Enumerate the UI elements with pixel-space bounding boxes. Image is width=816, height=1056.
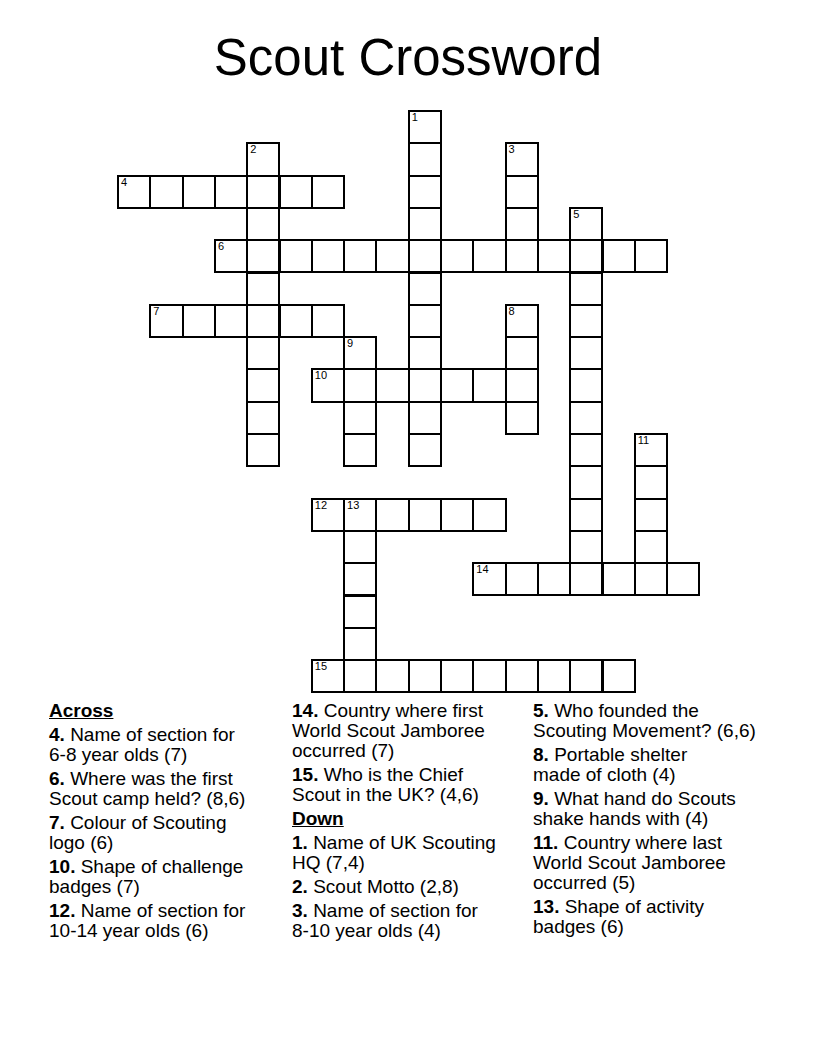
clue-line: 6-8 year olds (7) — [49, 745, 292, 765]
grid-cell-r6c3[interactable] — [214, 304, 248, 338]
clue-line: badges (6) — [533, 917, 771, 937]
grid-cell-r0c9[interactable]: 1 — [408, 110, 442, 144]
clue-list-number: 5. — [533, 700, 549, 721]
grid-cell-r17c8[interactable] — [375, 659, 409, 693]
clue-number-4: 4 — [121, 176, 127, 189]
grid-cell-r4c14[interactable] — [569, 239, 603, 273]
clue-number-11: 11 — [638, 434, 649, 447]
page: { "game": "crossword", "title": "Scout C… — [0, 0, 816, 1056]
clue-line: 3. Name of section for — [292, 901, 533, 921]
clue-down-5: 5. Who founded theScouting Movement? (6,… — [533, 701, 771, 741]
clue-line: 5. Who founded the — [533, 701, 771, 721]
grid-cell-r16c7[interactable] — [343, 627, 377, 661]
grid-cell-r5c4[interactable] — [246, 272, 280, 306]
grid-cell-r5c14[interactable] — [569, 272, 603, 306]
clue-line: logo (6) — [49, 833, 292, 853]
clue-list-number: 10. — [49, 856, 75, 877]
clue-line: 7. Colour of Scouting — [49, 813, 292, 833]
clue-list-number: 14. — [292, 700, 318, 721]
grid-cell-r1c12[interactable]: 3 — [505, 142, 539, 176]
clue-number-7: 7 — [153, 305, 159, 318]
grid-cell-r15c7[interactable] — [343, 595, 377, 629]
grid-cell-r6c5[interactable] — [279, 304, 313, 338]
clue-number-10: 10 — [315, 369, 327, 382]
clue-number-6: 6 — [218, 240, 224, 253]
clue-number-15: 15 — [315, 660, 327, 673]
clue-down-8: 8. Portable sheltermade of cloth (4) — [533, 745, 771, 785]
clue-line: 14. Country where first — [292, 701, 533, 721]
grid-cell-r3c9[interactable] — [408, 207, 442, 241]
grid-cell-r13c14[interactable] — [569, 530, 603, 564]
grid-cell-r7c4[interactable] — [246, 336, 280, 370]
clue-list-number: 4. — [49, 724, 65, 745]
grid-cell-r17c10[interactable] — [440, 659, 474, 693]
grid-cell-r17c11[interactable] — [472, 659, 506, 693]
clue-number-9: 9 — [347, 337, 353, 350]
clue-list-number: 11. — [533, 832, 558, 853]
grid-cell-r2c12[interactable] — [505, 175, 539, 209]
grid-cell-r2c6[interactable] — [311, 175, 345, 209]
clue-line: 11. Country where last — [533, 833, 771, 853]
clue-list-number: 13. — [533, 896, 559, 917]
grid-cell-r10c7[interactable] — [343, 433, 377, 467]
clue-number-1: 1 — [412, 111, 418, 124]
grid-cell-r4c11[interactable] — [472, 239, 506, 273]
clue-line: occurred (5) — [533, 873, 771, 893]
grid-cell-r14c7[interactable] — [343, 562, 377, 596]
grid-cell-r10c16[interactable]: 11 — [634, 433, 668, 467]
grid-cell-r2c9[interactable] — [408, 175, 442, 209]
grid-cell-r12c11[interactable] — [472, 498, 506, 532]
clue-line: Scouting Movement? (6,6) — [533, 721, 771, 741]
clue-line: 4. Name of section for — [49, 725, 292, 745]
clues-column-3: 5. Who founded theScouting Movement? (6,… — [533, 701, 771, 945]
grid-cell-r12c6[interactable]: 12 — [311, 498, 345, 532]
grid-cell-r4c15[interactable] — [602, 239, 636, 273]
clue-number-2: 2 — [250, 143, 256, 156]
clue-line: Scout camp held? (8,6) — [49, 789, 292, 809]
grid-cell-r9c7[interactable] — [343, 401, 377, 435]
grid-cell-r4c5[interactable] — [279, 239, 313, 273]
grid-cell-r6c9[interactable] — [408, 304, 442, 338]
grid-cell-r14c12[interactable] — [505, 562, 539, 596]
grid-cell-r11c14[interactable] — [569, 465, 603, 499]
grid-cell-r7c14[interactable] — [569, 336, 603, 370]
grid-cell-r3c14[interactable]: 5 — [569, 207, 603, 241]
grid-cell-r8c7[interactable] — [343, 368, 377, 402]
grid-cell-r1c4[interactable]: 2 — [246, 142, 280, 176]
grid-cell-r10c14[interactable] — [569, 433, 603, 467]
clue-across-14: 14. Country where firstWorld Scout Jambo… — [292, 701, 533, 761]
clue-line: made of cloth (4) — [533, 765, 771, 785]
puzzle-title: Scout Crossword — [0, 28, 816, 88]
grid-cell-r17c15[interactable] — [602, 659, 636, 693]
grid-cell-r11c16[interactable] — [634, 465, 668, 499]
grid-cell-r4c12[interactable] — [505, 239, 539, 273]
grid-cell-r10c9[interactable] — [408, 433, 442, 467]
clue-line: World Scout Jamboree — [533, 853, 771, 873]
grid-cell-r12c7[interactable]: 13 — [343, 498, 377, 532]
grid-cell-r4c9[interactable] — [408, 239, 442, 273]
grid-cell-r12c9[interactable] — [408, 498, 442, 532]
clue-list-number: 12. — [49, 900, 75, 921]
crossword-grid: 123456789101112131415 — [117, 110, 701, 694]
clue-down-1: 1. Name of UK ScoutingHQ (7,4) — [292, 833, 533, 873]
grid-cell-r9c4[interactable] — [246, 401, 280, 435]
grid-cell-r4c3[interactable]: 6 — [214, 239, 248, 273]
grid-cell-r4c7[interactable] — [343, 239, 377, 273]
clue-line: occurred (7) — [292, 741, 533, 761]
grid-cell-r2c0[interactable]: 4 — [117, 175, 151, 209]
clue-line: 8. Portable shelter — [533, 745, 771, 765]
clue-line: Scout in the UK? (4,6) — [292, 785, 533, 805]
clue-line: 12. Name of section for — [49, 901, 292, 921]
grid-cell-r14c14[interactable] — [569, 562, 603, 596]
clue-number-14: 14 — [476, 563, 488, 576]
clue-across-6: 6. Where was the firstScout camp held? (… — [49, 769, 292, 809]
clue-number-3: 3 — [509, 143, 515, 156]
grid-cell-r14c17[interactable] — [666, 562, 700, 596]
grid-cell-r14c13[interactable] — [537, 562, 571, 596]
clue-line: shake hands with (4) — [533, 809, 771, 829]
grid-cell-r7c7[interactable]: 9 — [343, 336, 377, 370]
across-header: Across — [49, 701, 292, 721]
grid-cell-r2c2[interactable] — [182, 175, 216, 209]
clues-section: Across4. Name of section for6-8 year old… — [49, 701, 771, 945]
grid-cell-r4c13[interactable] — [537, 239, 571, 273]
grid-cell-r17c6[interactable]: 15 — [311, 659, 345, 693]
clue-list-number: 1. — [292, 832, 308, 853]
clue-list-number: 8. — [533, 744, 549, 765]
grid-cell-r8c10[interactable] — [440, 368, 474, 402]
clue-line: 13. Shape of activity — [533, 897, 771, 917]
clue-list-number: 2. — [292, 876, 308, 897]
grid-cell-r6c12[interactable]: 8 — [505, 304, 539, 338]
grid-cell-r6c6[interactable] — [311, 304, 345, 338]
clue-line: 9. What hand do Scouts — [533, 789, 771, 809]
grid-cell-r17c14[interactable] — [569, 659, 603, 693]
grid-cell-r4c10[interactable] — [440, 239, 474, 273]
clue-number-8: 8 — [509, 305, 515, 318]
clue-line: badges (7) — [49, 877, 292, 897]
grid-cell-r12c10[interactable] — [440, 498, 474, 532]
grid-cell-r8c9[interactable] — [408, 368, 442, 402]
clue-down-9: 9. What hand do Scoutsshake hands with (… — [533, 789, 771, 829]
clue-line: 6. Where was the first — [49, 769, 292, 789]
grid-cell-r9c9[interactable] — [408, 401, 442, 435]
grid-cell-r12c8[interactable] — [375, 498, 409, 532]
grid-cell-r10c4[interactable] — [246, 433, 280, 467]
clues-column-1: Across4. Name of section for6-8 year old… — [49, 701, 292, 945]
clue-list-number: 6. — [49, 768, 65, 789]
grid-cell-r4c16[interactable] — [634, 239, 668, 273]
clue-across-4: 4. Name of section for6-8 year olds (7) — [49, 725, 292, 765]
grid-cell-r6c14[interactable] — [569, 304, 603, 338]
clue-number-13: 13 — [347, 499, 359, 512]
grid-cell-r6c1[interactable]: 7 — [149, 304, 183, 338]
clue-line: 15. Who is the Chief — [292, 765, 533, 785]
grid-cell-r7c12[interactable] — [505, 336, 539, 370]
clue-list-number: 3. — [292, 900, 308, 921]
grid-cell-r8c14[interactable] — [569, 368, 603, 402]
clue-line: 10-14 year olds (6) — [49, 921, 292, 941]
grid-cell-r13c16[interactable] — [634, 530, 668, 564]
grid-cell-r2c4[interactable] — [246, 175, 280, 209]
grid-cell-r9c12[interactable] — [505, 401, 539, 435]
grid-cell-r2c3[interactable] — [214, 175, 248, 209]
clue-list-number: 7. — [49, 812, 65, 833]
grid-cell-r17c13[interactable] — [537, 659, 571, 693]
grid-cell-r3c12[interactable] — [505, 207, 539, 241]
clue-list-number: 15. — [292, 764, 318, 785]
grid-cell-r9c14[interactable] — [569, 401, 603, 435]
clue-down-11: 11. Country where lastWorld Scout Jambor… — [533, 833, 771, 893]
clue-line: HQ (7,4) — [292, 853, 533, 873]
clue-across-12: 12. Name of section for10-14 year olds (… — [49, 901, 292, 941]
clue-line: 10. Shape of challenge — [49, 857, 292, 877]
grid-cell-r17c7[interactable] — [343, 659, 377, 693]
grid-cell-r2c5[interactable] — [279, 175, 313, 209]
clue-line: 8-10 year olds (4) — [292, 921, 533, 941]
grid-cell-r17c12[interactable] — [505, 659, 539, 693]
clue-across-15: 15. Who is the ChiefScout in the UK? (4,… — [292, 765, 533, 805]
grid-cell-r12c16[interactable] — [634, 498, 668, 532]
clue-list-number: 9. — [533, 788, 549, 809]
grid-cell-r6c2[interactable] — [182, 304, 216, 338]
clue-across-7: 7. Colour of Scoutinglogo (6) — [49, 813, 292, 853]
grid-cell-r8c4[interactable] — [246, 368, 280, 402]
grid-cell-r4c6[interactable] — [311, 239, 345, 273]
grid-cell-r14c16[interactable] — [634, 562, 668, 596]
clue-line: 1. Name of UK Scouting — [292, 833, 533, 853]
clue-down-13: 13. Shape of activitybadges (6) — [533, 897, 771, 937]
clue-line: 2. Scout Motto (2,8) — [292, 877, 533, 897]
grid-cell-r14c11[interactable]: 14 — [472, 562, 506, 596]
grid-cell-r8c6[interactable]: 10 — [311, 368, 345, 402]
grid-cell-r8c8[interactable] — [375, 368, 409, 402]
down-header: Down — [292, 809, 533, 829]
clues-column-2: 14. Country where firstWorld Scout Jambo… — [292, 701, 533, 945]
grid-cell-r4c8[interactable] — [375, 239, 409, 273]
clue-down-2: 2. Scout Motto (2,8) — [292, 877, 533, 897]
clue-number-12: 12 — [315, 499, 327, 512]
grid-cell-r4c4[interactable] — [246, 239, 280, 273]
clue-number-5: 5 — [573, 208, 579, 221]
grid-cell-r12c14[interactable] — [569, 498, 603, 532]
grid-cell-r3c4[interactable] — [246, 207, 280, 241]
clue-down-3: 3. Name of section for8-10 year olds (4) — [292, 901, 533, 941]
grid-cell-r2c1[interactable] — [149, 175, 183, 209]
grid-cell-r7c9[interactable] — [408, 336, 442, 370]
grid-cell-r17c9[interactable] — [408, 659, 442, 693]
grid-cell-r8c12[interactable] — [505, 368, 539, 402]
grid-cell-r14c15[interactable] — [602, 562, 636, 596]
grid-cell-r6c4[interactable] — [246, 304, 280, 338]
grid-cell-r1c9[interactable] — [408, 142, 442, 176]
clue-line: World Scout Jamboree — [292, 721, 533, 741]
grid-cell-r5c9[interactable] — [408, 272, 442, 306]
grid-cell-r8c11[interactable] — [472, 368, 506, 402]
clue-across-10: 10. Shape of challengebadges (7) — [49, 857, 292, 897]
grid-cell-r13c7[interactable] — [343, 530, 377, 564]
